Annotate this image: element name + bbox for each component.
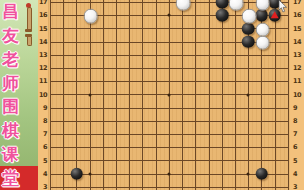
- row-label-left-10: 10: [39, 91, 47, 99]
- row-label-left-4: 4: [43, 170, 47, 178]
- banner-char: 围: [0, 95, 38, 119]
- row-label-left-14: 14: [39, 38, 47, 46]
- row-label-right-8: 8: [293, 117, 297, 125]
- stone-black-Q14[interactable]: [242, 35, 255, 48]
- row-label-right-11: 11: [293, 77, 301, 85]
- stone-white-Q16[interactable]: [242, 9, 257, 24]
- row-label-left-11: 11: [39, 77, 47, 85]
- row-label-left-12: 12: [39, 64, 47, 72]
- row-label-left-6: 6: [43, 143, 47, 151]
- row-label-left-15: 15: [39, 25, 47, 33]
- row-coordinates-left: 17161514131211109876543: [38, 0, 48, 190]
- stone-black-O16[interactable]: [216, 9, 229, 22]
- banner-char: 课: [0, 143, 38, 167]
- row-label-right-17: 17: [293, 0, 301, 6]
- row-label-left-8: 8: [43, 117, 47, 125]
- stone-black-O17[interactable]: [216, 0, 229, 8]
- banner-char: 老: [0, 48, 38, 72]
- stone-black-Q15[interactable]: [242, 22, 255, 35]
- stone-white-L17[interactable]: [176, 0, 191, 10]
- stone-black-R16[interactable]: [255, 9, 268, 22]
- banner-char: 棋: [0, 119, 38, 143]
- stone-white-P17[interactable]: [229, 0, 244, 10]
- row-label-right-10: 10: [293, 91, 301, 99]
- row-label-right-5: 5: [293, 157, 297, 165]
- mouse-cursor-icon: [278, 0, 288, 13]
- banner-char: 师: [0, 71, 38, 95]
- stone-black-R4[interactable]: [255, 167, 268, 180]
- row-label-right-15: 15: [293, 25, 301, 33]
- banner-char: 堂: [0, 166, 38, 190]
- row-label-right-13: 13: [293, 51, 301, 59]
- star-point-K10: [168, 93, 171, 96]
- row-label-left-13: 13: [39, 51, 47, 59]
- star-point-K4: [168, 172, 171, 175]
- row-label-left-7: 7: [43, 130, 47, 138]
- row-label-right-3: 3: [293, 183, 297, 190]
- row-label-right-16: 16: [293, 11, 301, 19]
- row-label-left-5: 5: [43, 157, 47, 165]
- stone-white-R17[interactable]: [255, 0, 270, 10]
- row-label-left-16: 16: [39, 11, 47, 19]
- star-point-Q4: [247, 172, 250, 175]
- row-label-right-7: 7: [293, 130, 297, 138]
- row-label-right-14: 14: [293, 38, 301, 46]
- row-label-left-9: 9: [43, 104, 47, 112]
- star-point-D10: [88, 93, 91, 96]
- row-label-left-17: 17: [39, 0, 47, 6]
- hanging-brush-icon: [24, 3, 33, 47]
- stone-white-D16[interactable]: [84, 9, 99, 24]
- row-label-left-3: 3: [43, 183, 47, 190]
- row-label-right-6: 6: [293, 143, 297, 151]
- row-label-right-4: 4: [293, 170, 297, 178]
- stone-white-R14[interactable]: [255, 35, 270, 50]
- go-app-screen: 昌友老师围棋课堂 17161514131211109876543 1716151…: [0, 0, 304, 190]
- row-label-right-9: 9: [293, 104, 297, 112]
- stone-black-C4[interactable]: [70, 167, 83, 180]
- go-board[interactable]: [48, 0, 290, 190]
- star-point-Q10: [247, 93, 250, 96]
- row-coordinates-right: 17161514131211109876543: [290, 0, 304, 190]
- row-label-right-12: 12: [293, 64, 301, 72]
- star-point-K16: [168, 14, 171, 17]
- star-point-D4: [88, 172, 91, 175]
